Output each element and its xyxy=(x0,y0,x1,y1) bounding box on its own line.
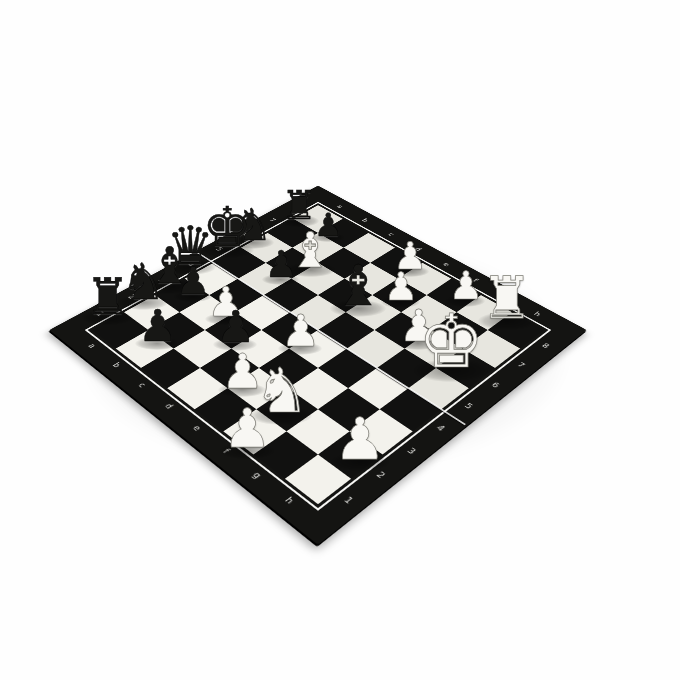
black-pawn-c7[interactable]: ♟ xyxy=(176,262,210,300)
file-label-front-d: d xyxy=(160,401,177,413)
rank-label-right-7: 7 xyxy=(512,360,528,371)
black-pawn-b5[interactable]: ♟ xyxy=(216,305,255,349)
rank-label-right-8: 8 xyxy=(537,341,553,351)
white-king-d2[interactable]: ♚ xyxy=(418,304,484,378)
file-label-front-a: a xyxy=(83,341,99,351)
rank-label-right-6: 6 xyxy=(486,380,503,391)
white-pawn-a1[interactable]: ♟ xyxy=(334,410,386,468)
white-pawn-c4[interactable]: ♟ xyxy=(281,309,320,353)
file-label-front-c: c xyxy=(133,380,149,391)
rank-label-right-5: 5 xyxy=(459,401,476,413)
black-rook-a8[interactable]: ♜ xyxy=(85,272,130,322)
rank-label-right-4: 4 xyxy=(431,422,448,434)
file-label-back-b: b xyxy=(358,217,372,225)
white-rook-f2[interactable]: ♜ xyxy=(481,269,533,327)
white-pawn-off-board-left-edge[interactable]: ♟ xyxy=(223,402,271,456)
black-pawn-a6[interactable]: ♟ xyxy=(138,304,177,348)
file-label-front-h: h xyxy=(279,494,298,508)
rank-label-right-3: 3 xyxy=(402,445,420,458)
black-rook-g8[interactable]: ♜ xyxy=(281,185,317,225)
file-label-front-g: g xyxy=(247,469,265,483)
file-label-front-b: b xyxy=(108,360,124,371)
black-bishop-d4[interactable]: ♝ xyxy=(333,258,383,314)
rank-label-right-1: 1 xyxy=(338,494,357,508)
file-label-front-e: e xyxy=(188,422,205,434)
photo-stage: 88aa77bb66cc55dd44ee33ff22gg11hh ♜♟♞♚♛♝♟… xyxy=(0,0,680,680)
black-pawn-e6[interactable]: ♟ xyxy=(265,246,298,283)
